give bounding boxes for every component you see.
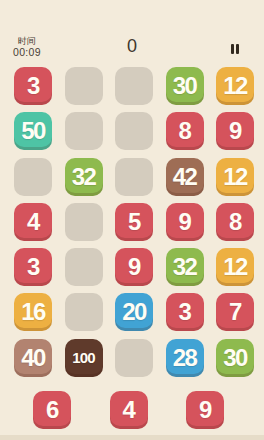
empty-cell <box>115 339 153 377</box>
bottom-edge <box>0 435 264 440</box>
tile-7[interactable]: 7 <box>216 293 254 331</box>
tile-40[interactable]: 40 <box>14 339 52 377</box>
top-bar: 时间 00:09 0 <box>0 0 264 62</box>
tile-32[interactable]: 32 <box>166 248 204 286</box>
empty-cell <box>65 293 103 331</box>
tile-50[interactable]: 50 <box>14 112 52 150</box>
board-grid: 3301250893242124598393212162037401002830 <box>14 67 254 377</box>
empty-cell <box>65 248 103 286</box>
tile-20[interactable]: 20 <box>115 293 153 331</box>
tile-6[interactable]: 6 <box>33 391 71 429</box>
tile-8[interactable]: 8 <box>216 203 254 241</box>
tile-4[interactable]: 4 <box>14 203 52 241</box>
tile-100[interactable]: 100 <box>65 339 103 377</box>
tile-3[interactable]: 3 <box>14 248 52 286</box>
tile-42[interactable]: 42 <box>166 158 204 196</box>
tile-3[interactable]: 3 <box>166 293 204 331</box>
tile-8[interactable]: 8 <box>166 112 204 150</box>
tile-tray: 649 <box>33 391 224 429</box>
empty-cell <box>115 112 153 150</box>
tile-5[interactable]: 5 <box>115 203 153 241</box>
tile-9[interactable]: 9 <box>115 248 153 286</box>
tile-28[interactable]: 28 <box>166 339 204 377</box>
empty-cell <box>115 158 153 196</box>
empty-cell <box>65 67 103 105</box>
pause-button[interactable] <box>228 42 242 56</box>
tile-9[interactable]: 9 <box>186 391 224 429</box>
tile-32[interactable]: 32 <box>65 158 103 196</box>
empty-cell <box>14 158 52 196</box>
score-value: 0 <box>0 36 264 57</box>
tile-9[interactable]: 9 <box>216 112 254 150</box>
tile-4[interactable]: 4 <box>110 391 148 429</box>
tile-30[interactable]: 30 <box>166 67 204 105</box>
empty-cell <box>115 67 153 105</box>
tile-12[interactable]: 12 <box>216 158 254 196</box>
tile-9[interactable]: 9 <box>166 203 204 241</box>
tile-16[interactable]: 16 <box>14 293 52 331</box>
empty-cell <box>65 112 103 150</box>
tile-3[interactable]: 3 <box>14 67 52 105</box>
tile-30[interactable]: 30 <box>216 339 254 377</box>
empty-cell <box>65 203 103 241</box>
pause-icon <box>231 44 238 54</box>
tile-12[interactable]: 12 <box>216 248 254 286</box>
tile-12[interactable]: 12 <box>216 67 254 105</box>
